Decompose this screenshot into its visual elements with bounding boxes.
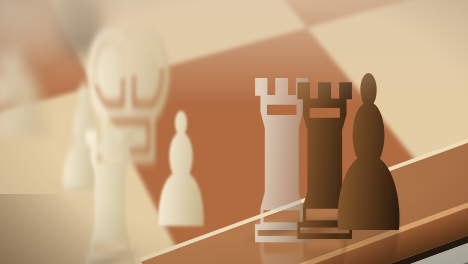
chess-photo-scene: ♞♚♟♜♟♜♜♜♜♟♟ (0, 0, 468, 264)
white-pawn-near[interactable]: ♟ (143, 92, 219, 250)
white-rook[interactable]: ♜ (67, 108, 153, 264)
pieces-layer: ♞♚♟♜♟♜♜♜♜♟♟ (0, 0, 468, 264)
dark-pawn[interactable]: ♟ (316, 48, 419, 263)
